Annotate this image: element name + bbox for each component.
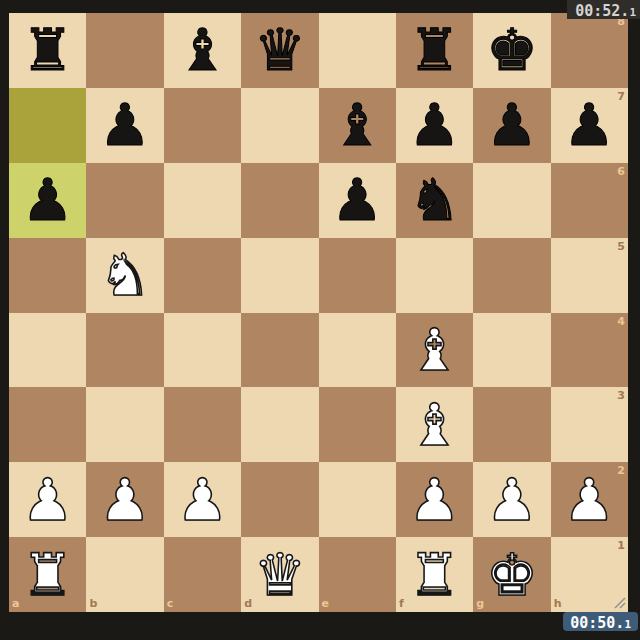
square-b1[interactable]: b <box>86 537 163 612</box>
file-label-c: c <box>167 598 174 609</box>
square-f3[interactable]: ♝ <box>396 387 473 462</box>
rank-label-5: 5 <box>617 241 625 252</box>
square-c5[interactable] <box>164 238 241 313</box>
square-b6[interactable] <box>86 163 163 238</box>
square-g7[interactable]: ♟ <box>473 88 550 163</box>
piece-wP-b2[interactable]: ♟ <box>86 462 163 537</box>
square-a7[interactable] <box>9 88 86 163</box>
square-f2[interactable]: ♟ <box>396 462 473 537</box>
file-label-h: h <box>554 598 562 609</box>
piece-bP-g7[interactable]: ♟ <box>473 88 550 163</box>
piece-bB-e7[interactable]: ♝ <box>319 88 396 163</box>
square-h5[interactable]: 5 <box>551 238 628 313</box>
square-g2[interactable]: ♟ <box>473 462 550 537</box>
resize-handle-icon[interactable] <box>612 595 627 610</box>
square-d6[interactable] <box>241 163 318 238</box>
square-c3[interactable] <box>164 387 241 462</box>
square-e2[interactable] <box>319 462 396 537</box>
piece-bB-c8[interactable]: ♝ <box>164 13 241 88</box>
square-f7[interactable]: ♟ <box>396 88 473 163</box>
square-a8[interactable]: ♜ <box>9 13 86 88</box>
piece-bN-f6[interactable]: ♞ <box>396 163 473 238</box>
square-g4[interactable] <box>473 313 550 388</box>
rank-label-2: 2 <box>617 465 625 476</box>
square-e5[interactable] <box>319 238 396 313</box>
piece-bR-a8[interactable]: ♜ <box>9 13 86 88</box>
square-d3[interactable] <box>241 387 318 462</box>
square-b8[interactable] <box>86 13 163 88</box>
piece-bP-a6[interactable]: ♟ <box>9 163 86 238</box>
square-h3[interactable]: 3 <box>551 387 628 462</box>
piece-wP-g2[interactable]: ♟ <box>473 462 550 537</box>
square-g8[interactable]: ♚ <box>473 13 550 88</box>
piece-wB-f3[interactable]: ♝ <box>396 387 473 462</box>
game-screen: ♜♝♛♜♚8♟♝♟♟♟7♟♟♞6♞5♝4♝3♟♟♟♟♟♟2♜abc♛de♜f♚g… <box>0 0 640 640</box>
square-b2[interactable]: ♟ <box>86 462 163 537</box>
square-a6[interactable]: ♟ <box>9 163 86 238</box>
square-c6[interactable] <box>164 163 241 238</box>
opponent-clock-time: 00:52. <box>575 2 629 20</box>
piece-bP-f7[interactable]: ♟ <box>396 88 473 163</box>
file-label-e: e <box>322 598 329 609</box>
file-label-d: d <box>244 598 252 609</box>
square-c8[interactable]: ♝ <box>164 13 241 88</box>
piece-bP-b7[interactable]: ♟ <box>86 88 163 163</box>
square-d7[interactable] <box>241 88 318 163</box>
square-a4[interactable] <box>9 313 86 388</box>
square-c7[interactable] <box>164 88 241 163</box>
piece-wQ-d1[interactable]: ♛ <box>241 537 318 612</box>
opponent-clock: 00:52.1 <box>567 0 640 19</box>
square-d4[interactable] <box>241 313 318 388</box>
square-e4[interactable] <box>319 313 396 388</box>
square-a1[interactable]: ♜a <box>9 537 86 612</box>
file-label-g: g <box>476 598 484 609</box>
player-clock-tenths: 1 <box>624 618 631 631</box>
piece-wP-a2[interactable]: ♟ <box>9 462 86 537</box>
square-d1[interactable]: ♛d <box>241 537 318 612</box>
square-c4[interactable] <box>164 313 241 388</box>
square-a3[interactable] <box>9 387 86 462</box>
square-h2[interactable]: ♟2 <box>551 462 628 537</box>
square-g6[interactable] <box>473 163 550 238</box>
rank-label-1: 1 <box>617 540 625 551</box>
square-c2[interactable]: ♟ <box>164 462 241 537</box>
piece-wB-f4[interactable]: ♝ <box>396 313 473 388</box>
square-g3[interactable] <box>473 387 550 462</box>
square-c1[interactable]: c <box>164 537 241 612</box>
piece-wP-c2[interactable]: ♟ <box>164 462 241 537</box>
square-d5[interactable] <box>241 238 318 313</box>
square-f6[interactable]: ♞ <box>396 163 473 238</box>
square-e1[interactable]: e <box>319 537 396 612</box>
piece-bR-f8[interactable]: ♜ <box>396 13 473 88</box>
square-f8[interactable]: ♜ <box>396 13 473 88</box>
player-clock-time: 00:50. <box>570 614 624 632</box>
piece-wR-a1[interactable]: ♜ <box>9 537 86 612</box>
opponent-clock-tenths: 1 <box>629 6 636 19</box>
rank-label-6: 6 <box>617 166 625 177</box>
piece-wK-g1[interactable]: ♚ <box>473 537 550 612</box>
square-h6[interactable]: 6 <box>551 163 628 238</box>
square-f4[interactable]: ♝ <box>396 313 473 388</box>
piece-bP-e6[interactable]: ♟ <box>319 163 396 238</box>
file-label-b: b <box>89 598 97 609</box>
square-a5[interactable] <box>9 238 86 313</box>
square-h8[interactable]: 8 <box>551 13 628 88</box>
square-b7[interactable]: ♟ <box>86 88 163 163</box>
square-g5[interactable] <box>473 238 550 313</box>
square-a2[interactable]: ♟ <box>9 462 86 537</box>
rank-label-3: 3 <box>617 390 625 401</box>
square-e3[interactable] <box>319 387 396 462</box>
square-f5[interactable] <box>396 238 473 313</box>
chess-board: ♜♝♛♜♚8♟♝♟♟♟7♟♟♞6♞5♝4♝3♟♟♟♟♟♟2♜abc♛de♜f♚g… <box>9 13 628 612</box>
square-b5[interactable]: ♞ <box>86 238 163 313</box>
piece-bK-g8[interactable]: ♚ <box>473 13 550 88</box>
rank-label-4: 4 <box>617 316 625 327</box>
square-d2[interactable] <box>241 462 318 537</box>
piece-bQ-d8[interactable]: ♛ <box>241 13 318 88</box>
square-d8[interactable]: ♛ <box>241 13 318 88</box>
square-g1[interactable]: ♚g <box>473 537 550 612</box>
square-e8[interactable] <box>319 13 396 88</box>
square-h7[interactable]: ♟7 <box>551 88 628 163</box>
piece-wN-b5[interactable]: ♞ <box>86 238 163 313</box>
player-clock: 00:50.1 <box>563 612 638 631</box>
piece-wP-f2[interactable]: ♟ <box>396 462 473 537</box>
square-e7[interactable]: ♝ <box>319 88 396 163</box>
file-label-a: a <box>12 598 19 609</box>
square-e6[interactable]: ♟ <box>319 163 396 238</box>
piece-wR-f1[interactable]: ♜ <box>396 537 473 612</box>
square-f1[interactable]: ♜f <box>396 537 473 612</box>
square-b4[interactable] <box>86 313 163 388</box>
rank-label-7: 7 <box>617 91 625 102</box>
square-h4[interactable]: 4 <box>551 313 628 388</box>
square-b3[interactable] <box>86 387 163 462</box>
file-label-f: f <box>399 598 404 609</box>
